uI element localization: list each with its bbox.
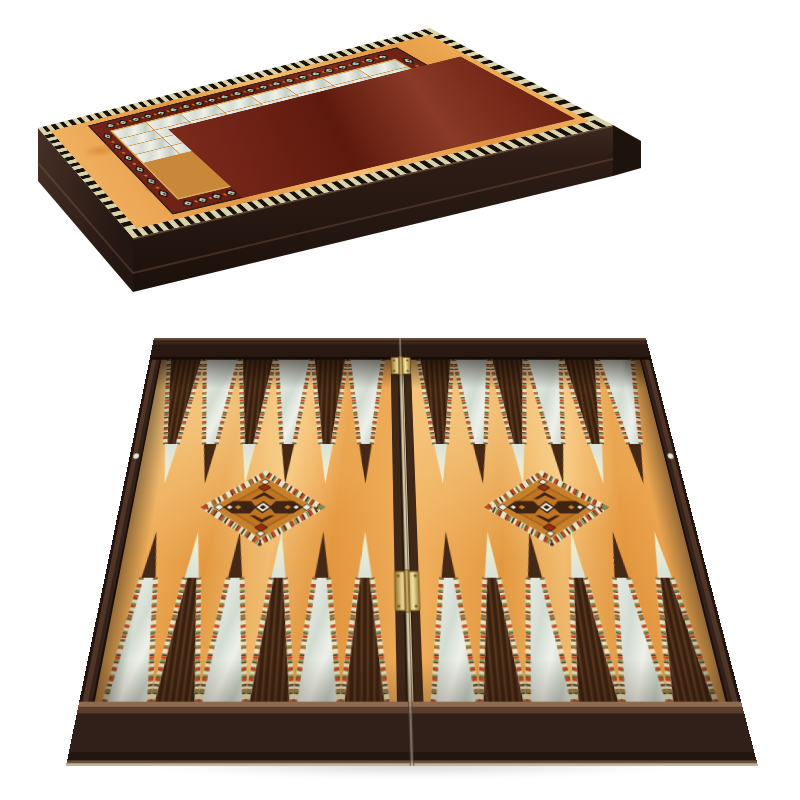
- point-tip-dark: [359, 444, 372, 484]
- kilim-medallions: [201, 474, 610, 543]
- point-tip-pearl: [434, 444, 449, 484]
- point-tip-pearl: [319, 444, 333, 484]
- point-tip-pearl: [512, 444, 530, 484]
- magnet-dot-right: [667, 453, 674, 459]
- point-tip-pearl: [358, 532, 372, 578]
- point-tip-dark: [279, 444, 295, 484]
- point-tip-dark: [606, 532, 629, 578]
- point-tip-dark: [228, 532, 247, 578]
- backgammon-points: [105, 360, 716, 702]
- brass-hinge-top: [391, 356, 411, 375]
- stage: [0, 0, 800, 800]
- point-tip-dark: [198, 444, 216, 484]
- point-tip-pearl: [589, 444, 610, 484]
- box-end-face: [613, 125, 641, 176]
- brass-hinge-bottom: [394, 570, 420, 612]
- open-backgammon-board: [66, 338, 758, 766]
- rim-shadow-bottom: [95, 659, 726, 701]
- point-tip-pearl: [185, 532, 205, 578]
- point-tip-dark: [473, 444, 490, 484]
- point-tip-dark: [439, 532, 456, 578]
- point-tip-pearl: [564, 532, 585, 578]
- magnet-dot-left: [133, 453, 140, 459]
- hinge-knuckle: [404, 570, 410, 612]
- board-overlay: [66, 338, 758, 766]
- kilim-medallion: [201, 474, 321, 543]
- point-tip-pearl: [481, 532, 499, 578]
- point-tip-dark: [315, 532, 331, 578]
- point-tip-pearl: [271, 532, 288, 578]
- hinge-knuckle: [399, 356, 403, 375]
- kilim-medallion: [486, 474, 610, 543]
